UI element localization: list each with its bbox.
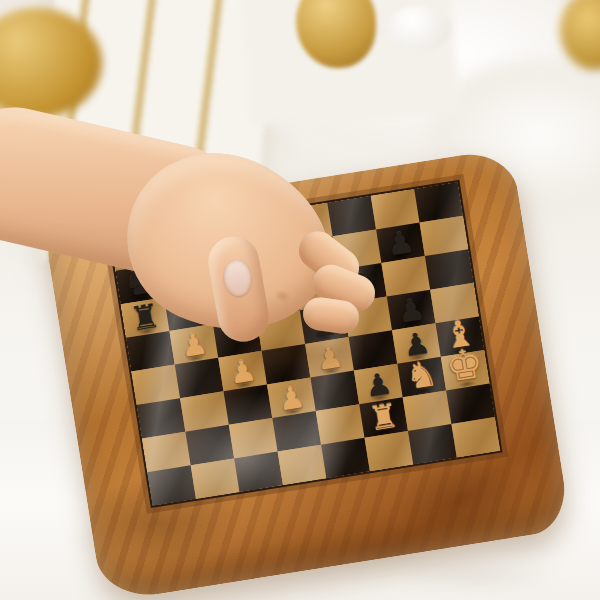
square-d1	[278, 445, 327, 485]
black-pawn: ♟	[401, 328, 432, 362]
square-a1	[147, 465, 196, 505]
white-rook: ♜	[366, 398, 400, 435]
black-rook: ♜	[128, 299, 162, 336]
square-h1	[451, 417, 500, 457]
white-knight: ♞	[403, 356, 439, 395]
square-e1	[321, 438, 370, 478]
black-pawn: ♟	[385, 227, 416, 261]
white-egg-ornament	[385, 6, 451, 52]
square-c1	[234, 452, 283, 492]
white-pawn: ♟	[276, 382, 307, 416]
black-pawn: ♟	[396, 294, 427, 328]
square-b1	[191, 458, 240, 498]
square-f1	[365, 431, 414, 471]
square-g1	[408, 424, 457, 464]
white-bishop: ♝	[441, 314, 479, 355]
